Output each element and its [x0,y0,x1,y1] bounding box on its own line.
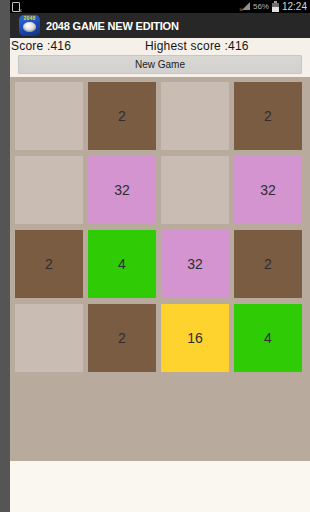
empty-cell [161,156,229,224]
tile-16: 16 [161,304,229,372]
tile-2: 2 [234,230,302,298]
bottom-strip [10,461,310,512]
status-bar: × × 56% 12:24 [10,0,310,13]
signal-x-icon: × [239,6,243,13]
tile-2: 2 [15,230,83,298]
tile-2: 2 [234,82,302,150]
score-label: Score :416 [11,39,145,53]
empty-cell [15,304,83,372]
battery-body [272,3,279,12]
empty-cell [15,156,83,224]
tile-2: 2 [88,304,156,372]
app-icon-label: 2048 [24,15,36,22]
brain-icon [23,22,36,32]
tile-4: 4 [88,230,156,298]
signal-triangle-icon [242,2,250,10]
tile-32: 32 [234,156,302,224]
app-bar: 2048 2048 GAME NEW EDITION [10,13,310,38]
empty-cell [161,82,229,150]
app-icon: 2048 [19,15,40,36]
notification-icon: × [12,2,20,12]
battery-icon [272,1,279,12]
signal-icon: × [241,2,250,11]
empty-cell [15,82,83,150]
battery-percent-label: 56% [253,2,269,11]
new-game-button[interactable]: New Game [18,55,302,74]
highest-score-label: Highest score :416 [145,39,249,53]
clock: 12:24 [282,1,307,12]
notification-x-icon: × [18,7,22,14]
button-row: New Game [10,54,310,77]
tile-2: 2 [88,82,156,150]
tile-32: 32 [88,156,156,224]
board[interactable]: 223232243222164 [10,77,310,461]
screen: × × 56% 12:24 2048 2048 GAME NEW EDITION… [10,0,310,512]
tile-4: 4 [234,304,302,372]
score-bar: Score :416 Highest score :416 [10,38,310,54]
app-title: 2048 GAME NEW EDITION [46,20,179,32]
tile-32: 32 [161,230,229,298]
